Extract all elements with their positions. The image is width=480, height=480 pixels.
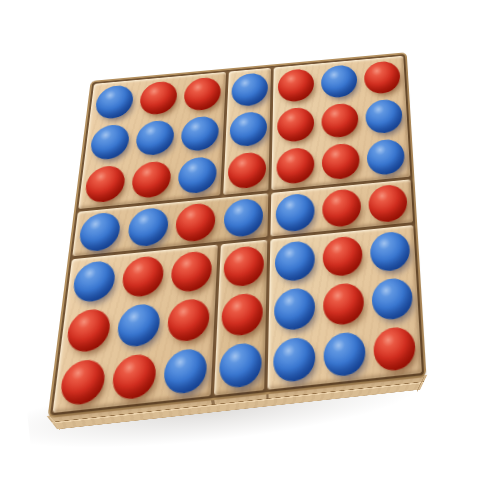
blue-ball[interactable] <box>94 84 134 120</box>
red-ball[interactable] <box>368 183 408 223</box>
blue-ball[interactable] <box>323 331 365 378</box>
blue-ball[interactable] <box>72 260 117 304</box>
red-ball[interactable] <box>175 202 216 243</box>
blue-ball[interactable] <box>365 98 403 134</box>
board-cell <box>176 111 223 156</box>
board-cell <box>85 120 135 165</box>
blue-ball[interactable] <box>274 287 315 332</box>
board-cell <box>228 69 270 111</box>
blue-ball[interactable] <box>230 72 267 107</box>
board-cell <box>319 231 367 282</box>
board-cell <box>220 241 267 293</box>
red-ball[interactable] <box>321 102 358 139</box>
blue-ball[interactable] <box>229 111 267 148</box>
scene <box>74 46 416 388</box>
board-cell <box>361 95 407 139</box>
board-cell <box>226 107 269 151</box>
board-cell <box>273 103 318 147</box>
blue-ball[interactable] <box>366 138 405 176</box>
red-ball[interactable] <box>322 142 360 180</box>
red-ball[interactable] <box>170 250 213 293</box>
board-cell <box>369 321 421 378</box>
red-ball[interactable] <box>364 60 401 95</box>
board-cell <box>318 99 363 143</box>
board-cell <box>54 353 112 412</box>
tile-bottom-middle[interactable] <box>214 240 267 396</box>
blue-ball[interactable] <box>370 230 411 272</box>
blue-ball[interactable] <box>276 192 315 233</box>
blue-ball[interactable] <box>223 197 263 238</box>
board-cell <box>111 298 165 353</box>
tile-bottom-right[interactable] <box>267 225 421 390</box>
game-board <box>50 54 424 416</box>
blue-ball[interactable] <box>321 64 357 99</box>
board-cell <box>60 303 116 359</box>
blue-ball[interactable] <box>116 303 161 349</box>
board-cell <box>73 208 126 255</box>
red-ball[interactable] <box>166 297 210 343</box>
board-cell <box>79 161 130 208</box>
blue-ball[interactable] <box>135 119 175 156</box>
board-cell <box>219 194 268 240</box>
board-cell <box>217 288 265 342</box>
red-ball[interactable] <box>276 147 314 186</box>
board-cell <box>317 61 361 103</box>
red-ball[interactable] <box>111 353 157 401</box>
board-cell <box>179 73 225 116</box>
board-cell <box>271 189 318 235</box>
board-cell <box>366 226 415 277</box>
board-cell <box>90 81 139 124</box>
tile-top-left[interactable] <box>78 72 226 209</box>
board-cell <box>122 203 173 250</box>
red-ball[interactable] <box>183 76 221 111</box>
blue-ball[interactable] <box>275 240 315 283</box>
board-cell <box>364 180 412 226</box>
tile-top-middle[interactable] <box>223 68 271 195</box>
board-cell <box>173 152 221 199</box>
board-top-face <box>50 54 424 416</box>
board-cell <box>270 236 318 288</box>
board-cell <box>360 57 405 99</box>
blue-ball[interactable] <box>127 206 169 247</box>
red-ball[interactable] <box>131 160 172 199</box>
blue-ball[interactable] <box>371 277 413 322</box>
board-cell <box>106 348 162 406</box>
red-ball[interactable] <box>323 282 364 327</box>
board-cell <box>135 77 182 120</box>
red-ball[interactable] <box>323 235 363 278</box>
blue-ball[interactable] <box>163 347 208 395</box>
red-ball[interactable] <box>222 245 263 288</box>
red-ball[interactable] <box>220 292 262 337</box>
blue-ball[interactable] <box>273 336 315 383</box>
board-cell <box>215 337 264 394</box>
blue-ball[interactable] <box>78 211 122 252</box>
tile-bottom-left[interactable] <box>53 245 218 413</box>
board-cell <box>126 156 176 203</box>
board-cell <box>162 293 215 348</box>
red-ball[interactable] <box>84 164 126 203</box>
board-cell <box>270 282 320 336</box>
red-ball[interactable] <box>277 106 314 143</box>
board-cell <box>367 272 418 326</box>
board-cell <box>318 185 365 231</box>
board-cell <box>158 343 212 401</box>
blue-ball[interactable] <box>218 342 261 390</box>
red-ball[interactable] <box>59 358 107 407</box>
red-ball[interactable] <box>121 255 165 299</box>
board-cell <box>67 255 121 308</box>
board-cell <box>224 147 268 193</box>
board-cell <box>319 326 370 383</box>
red-ball[interactable] <box>278 68 314 103</box>
board-cell <box>319 277 369 331</box>
board-cell <box>272 143 318 189</box>
red-ball[interactable] <box>227 151 266 190</box>
board-cell <box>274 64 318 106</box>
red-ball[interactable] <box>322 187 361 227</box>
red-ball[interactable] <box>373 326 416 373</box>
tile-top-right[interactable] <box>271 56 410 190</box>
board-cell <box>363 134 410 180</box>
blue-ball[interactable] <box>89 123 130 161</box>
blue-ball[interactable] <box>177 156 217 195</box>
blue-ball[interactable] <box>180 115 219 152</box>
red-ball[interactable] <box>139 80 178 116</box>
board-cell <box>116 250 169 302</box>
product-photo <box>0 0 480 480</box>
board-cell <box>269 331 320 388</box>
board-cell <box>131 116 180 161</box>
board-cell <box>318 138 364 184</box>
board-cell <box>170 199 220 246</box>
red-ball[interactable] <box>65 308 111 354</box>
board-cell <box>166 246 217 298</box>
